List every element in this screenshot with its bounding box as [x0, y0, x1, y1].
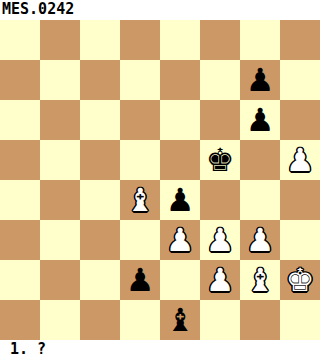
- square-c3[interactable]: [80, 220, 120, 260]
- square-f2[interactable]: ♟: [200, 260, 240, 300]
- square-d2[interactable]: ♟: [120, 260, 160, 300]
- square-f4[interactable]: [200, 180, 240, 220]
- square-a6[interactable]: [0, 100, 40, 140]
- square-b3[interactable]: [40, 220, 80, 260]
- white-pawn: ♟: [286, 140, 315, 180]
- square-e2[interactable]: [160, 260, 200, 300]
- square-b4[interactable]: [40, 180, 80, 220]
- square-d8[interactable]: [120, 20, 160, 60]
- square-c4[interactable]: [80, 180, 120, 220]
- square-g2[interactable]: ♝: [240, 260, 280, 300]
- square-a4[interactable]: [0, 180, 40, 220]
- square-e7[interactable]: [160, 60, 200, 100]
- square-f1[interactable]: [200, 300, 240, 340]
- black-pawn: ♟: [126, 260, 155, 300]
- white-bishop: ♝: [126, 180, 155, 220]
- square-e5[interactable]: [160, 140, 200, 180]
- black-pawn: ♟: [166, 180, 195, 220]
- square-f7[interactable]: [200, 60, 240, 100]
- square-e6[interactable]: [160, 100, 200, 140]
- white-pawn: ♟: [166, 220, 195, 260]
- square-a8[interactable]: [0, 20, 40, 60]
- black-pawn: ♟: [246, 100, 275, 140]
- square-a5[interactable]: [0, 140, 40, 180]
- square-a1[interactable]: [0, 300, 40, 340]
- square-c2[interactable]: [80, 260, 120, 300]
- square-f6[interactable]: [200, 100, 240, 140]
- square-h5[interactable]: ♟: [280, 140, 320, 180]
- square-e1[interactable]: ♝: [160, 300, 200, 340]
- white-pawn: ♟: [206, 260, 235, 300]
- square-f5[interactable]: ♚: [200, 140, 240, 180]
- square-g5[interactable]: [240, 140, 280, 180]
- square-g4[interactable]: [240, 180, 280, 220]
- square-f3[interactable]: ♟: [200, 220, 240, 260]
- square-c7[interactable]: [80, 60, 120, 100]
- black-pawn: ♟: [246, 60, 275, 100]
- black-king: ♚: [206, 140, 235, 180]
- square-h4[interactable]: [280, 180, 320, 220]
- square-e3[interactable]: ♟: [160, 220, 200, 260]
- square-c6[interactable]: [80, 100, 120, 140]
- white-king: ♚: [286, 260, 315, 300]
- square-g6[interactable]: ♟: [240, 100, 280, 140]
- chess-board: ♟♟♚♟♝♟♟♟♟♟♟♝♚♝: [0, 20, 320, 340]
- square-a7[interactable]: [0, 60, 40, 100]
- square-d4[interactable]: ♝: [120, 180, 160, 220]
- square-e4[interactable]: ♟: [160, 180, 200, 220]
- square-h6[interactable]: [280, 100, 320, 140]
- white-bishop: ♝: [246, 260, 275, 300]
- square-b2[interactable]: [40, 260, 80, 300]
- square-a2[interactable]: [0, 260, 40, 300]
- square-d5[interactable]: [120, 140, 160, 180]
- chess-diagram-window: { "game": "chess", "window": { "title": …: [0, 0, 320, 360]
- square-c8[interactable]: [80, 20, 120, 60]
- square-b6[interactable]: [40, 100, 80, 140]
- square-c5[interactable]: [80, 140, 120, 180]
- white-pawn: ♟: [246, 220, 275, 260]
- square-b1[interactable]: [40, 300, 80, 340]
- square-d1[interactable]: [120, 300, 160, 340]
- square-b7[interactable]: [40, 60, 80, 100]
- square-h1[interactable]: [280, 300, 320, 340]
- square-h2[interactable]: ♚: [280, 260, 320, 300]
- square-d6[interactable]: [120, 100, 160, 140]
- square-b5[interactable]: [40, 140, 80, 180]
- square-d7[interactable]: [120, 60, 160, 100]
- move-prompt: 1. ?: [10, 340, 46, 360]
- square-f8[interactable]: [200, 20, 240, 60]
- square-h7[interactable]: [280, 60, 320, 100]
- white-pawn: ♟: [206, 220, 235, 260]
- square-g8[interactable]: [240, 20, 280, 60]
- square-e8[interactable]: [160, 20, 200, 60]
- black-bishop: ♝: [166, 300, 195, 340]
- square-h8[interactable]: [280, 20, 320, 60]
- square-d3[interactable]: [120, 220, 160, 260]
- square-g7[interactable]: ♟: [240, 60, 280, 100]
- square-g3[interactable]: ♟: [240, 220, 280, 260]
- square-b8[interactable]: [40, 20, 80, 60]
- square-a3[interactable]: [0, 220, 40, 260]
- puzzle-title: MES.0242: [2, 0, 74, 20]
- square-g1[interactable]: [240, 300, 280, 340]
- square-c1[interactable]: [80, 300, 120, 340]
- square-h3[interactable]: [280, 220, 320, 260]
